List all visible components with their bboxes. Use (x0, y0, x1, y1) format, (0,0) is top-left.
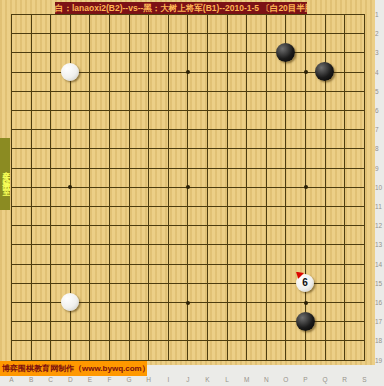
row-label: 18 (375, 336, 384, 345)
row-label: 9 (375, 164, 384, 173)
row-label: 12 (375, 221, 384, 230)
star-point (186, 301, 190, 305)
column-label: L (222, 375, 232, 384)
row-label: 19 (375, 356, 384, 365)
column-label: A (7, 375, 17, 384)
stone-O3[interactable] (276, 43, 295, 62)
row-label: 16 (375, 298, 384, 307)
column-label: S (359, 375, 369, 384)
star-point (304, 185, 308, 189)
row-label: 10 (375, 183, 384, 192)
row-label: 8 (375, 144, 384, 153)
row-label: 1 (375, 10, 384, 19)
column-label: K (203, 375, 213, 384)
column-label: Q (320, 375, 330, 384)
column-label: F (105, 375, 115, 384)
stone-P17[interactable] (296, 312, 315, 331)
star-point (186, 70, 190, 74)
row-label: 3 (375, 48, 384, 57)
star-point (186, 185, 190, 189)
column-label: J (183, 375, 193, 384)
column-label: D (65, 375, 75, 384)
row-label: 17 (375, 317, 384, 326)
row-label: 2 (375, 29, 384, 38)
column-label: I (163, 375, 173, 384)
star-point (304, 301, 308, 305)
column-label: P (301, 375, 311, 384)
stone-Q4[interactable] (315, 62, 334, 81)
column-label: O (281, 375, 291, 384)
column-label: N (261, 375, 271, 384)
stone-P15[interactable]: 6 (296, 274, 314, 292)
stone-D4[interactable] (61, 63, 79, 81)
stone-D16[interactable] (61, 293, 79, 311)
column-label: E (85, 375, 95, 384)
row-label: 5 (375, 87, 384, 96)
row-label: 14 (375, 260, 384, 269)
row-label: 11 (375, 202, 384, 211)
row-label: 6 (375, 106, 384, 115)
column-label: G (124, 375, 134, 384)
row-label: 13 (375, 240, 384, 249)
star-point (304, 70, 308, 74)
row-label: 15 (375, 279, 384, 288)
site-credit-banner[interactable]: 博弈围棋教育网制作（www.bywq.com） (0, 361, 147, 376)
game-info-header: 白：lanaoxi2(B2)--vs--黑：大树上将军(B1)--2010-1-… (55, 2, 307, 14)
star-point (68, 185, 72, 189)
column-label: B (26, 375, 36, 384)
column-label: R (340, 375, 350, 384)
column-label: C (46, 375, 56, 384)
go-board[interactable]: 6 (0, 0, 375, 365)
board-grid[interactable]: 6 (11, 14, 365, 361)
row-label: 4 (375, 68, 384, 77)
column-label: H (144, 375, 154, 384)
column-label: M (242, 375, 252, 384)
row-label: 7 (375, 125, 384, 134)
classroom-side-tab[interactable]: 弈天瑞教室 (0, 138, 10, 210)
